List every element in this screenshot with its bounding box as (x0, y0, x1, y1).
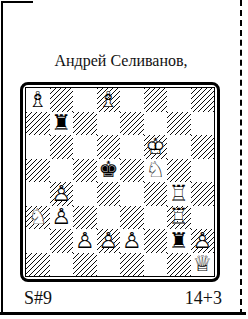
square-b5 (50, 159, 74, 183)
white-pawn-piece: ♟♙ (50, 206, 74, 230)
white-bishop-piece: ♝♗ (97, 88, 121, 112)
square-c8 (73, 88, 97, 112)
square-g6 (167, 135, 191, 159)
square-a5 (26, 159, 50, 183)
chessboard-frame: ♝♗♝♗♜♚♔♚♞♘♟♙♜♖♞♘♟♙♜♖♟♙♟♙♟♙♜♟♙♛♕ (20, 82, 220, 282)
square-d3 (97, 206, 121, 230)
material-count-label: 14+3 (185, 287, 222, 309)
square-b2 (50, 229, 74, 253)
square-g7 (167, 112, 191, 136)
square-f3 (144, 206, 168, 230)
square-d7 (97, 112, 121, 136)
white-pawn-piece: ♟♙ (73, 229, 97, 253)
cell-border-top-segment (1, 1, 33, 3)
square-h6 (191, 135, 215, 159)
square-a8: ♝♗ (26, 88, 50, 112)
author-line: Андрей Селиванов, (2, 50, 240, 72)
square-a1 (26, 253, 50, 277)
square-e1 (120, 253, 144, 277)
square-d8: ♝♗ (97, 88, 121, 112)
chessboard-inner-border: ♝♗♝♗♜♚♔♚♞♘♟♙♜♖♞♘♟♙♜♖♟♙♟♙♟♙♜♟♙♛♕ (25, 87, 215, 277)
square-g1 (167, 253, 191, 277)
square-c6 (73, 135, 97, 159)
square-c7 (73, 112, 97, 136)
square-d4 (97, 182, 121, 206)
white-pawn-piece: ♟♙ (50, 182, 74, 206)
square-d1 (97, 253, 121, 277)
square-g2: ♜ (167, 229, 191, 253)
black-rook-piece: ♜ (167, 229, 191, 253)
square-h7 (191, 112, 215, 136)
square-h1: ♛♕ (191, 253, 215, 277)
square-h3 (191, 206, 215, 230)
square-b7: ♜ (50, 112, 74, 136)
square-a4 (26, 182, 50, 206)
square-f2 (144, 229, 168, 253)
square-f4 (144, 182, 168, 206)
square-d6 (97, 135, 121, 159)
square-d2: ♟♙ (97, 229, 121, 253)
square-a6 (26, 135, 50, 159)
square-f6: ♚♔ (144, 135, 168, 159)
square-a2 (26, 229, 50, 253)
square-e7 (120, 112, 144, 136)
white-knight-piece: ♞♘ (26, 206, 50, 230)
square-b1 (50, 253, 74, 277)
stipulation-label: S#9 (24, 287, 52, 309)
square-e6 (120, 135, 144, 159)
white-pawn-piece: ♟♙ (120, 229, 144, 253)
square-f7 (144, 112, 168, 136)
square-b6 (50, 135, 74, 159)
square-h5 (191, 159, 215, 183)
black-rook-piece: ♜ (50, 112, 74, 136)
square-a7 (26, 112, 50, 136)
white-king-piece: ♚♔ (144, 135, 168, 159)
white-pawn-piece: ♟♙ (97, 229, 121, 253)
square-g4: ♜♖ (167, 182, 191, 206)
black-king-piece: ♚ (97, 159, 121, 183)
square-c2: ♟♙ (73, 229, 97, 253)
square-g3: ♜♖ (167, 206, 191, 230)
square-h4 (191, 182, 215, 206)
square-e3 (120, 206, 144, 230)
white-bishop-piece: ♝♗ (26, 88, 50, 112)
square-h8 (191, 88, 215, 112)
white-rook-piece: ♜♖ (167, 206, 191, 230)
square-h2: ♟♙ (191, 229, 215, 253)
square-c5 (73, 159, 97, 183)
square-b8 (50, 88, 74, 112)
square-c3 (73, 206, 97, 230)
square-f5: ♞♘ (144, 159, 168, 183)
square-a3: ♞♘ (26, 206, 50, 230)
square-b4: ♟♙ (50, 182, 74, 206)
square-b3: ♟♙ (50, 206, 74, 230)
chess-problem-cell: Андрей Селиванов, МК Х.Фреберга, 1 приз,… (0, 0, 248, 319)
square-g8 (167, 88, 191, 112)
square-g5 (167, 159, 191, 183)
square-c1 (73, 253, 97, 277)
cell-border-bottom (0, 312, 246, 315)
square-f8 (144, 88, 168, 112)
white-knight-piece: ♞♘ (144, 159, 168, 183)
square-f1 (144, 253, 168, 277)
square-e2: ♟♙ (120, 229, 144, 253)
white-queen-piece: ♛♕ (191, 253, 215, 277)
square-c4 (73, 182, 97, 206)
square-d5: ♚ (97, 159, 121, 183)
white-rook-piece: ♜♖ (167, 182, 191, 206)
chessboard: ♝♗♝♗♜♚♔♚♞♘♟♙♜♖♞♘♟♙♜♖♟♙♟♙♟♙♜♟♙♛♕ (26, 88, 214, 276)
caption-row: S#9 14+3 (24, 287, 222, 309)
cell-border-right-dashed (240, 0, 242, 315)
white-pawn-piece: ♟♙ (191, 229, 215, 253)
square-e4 (120, 182, 144, 206)
square-e5 (120, 159, 144, 183)
square-e8 (120, 88, 144, 112)
